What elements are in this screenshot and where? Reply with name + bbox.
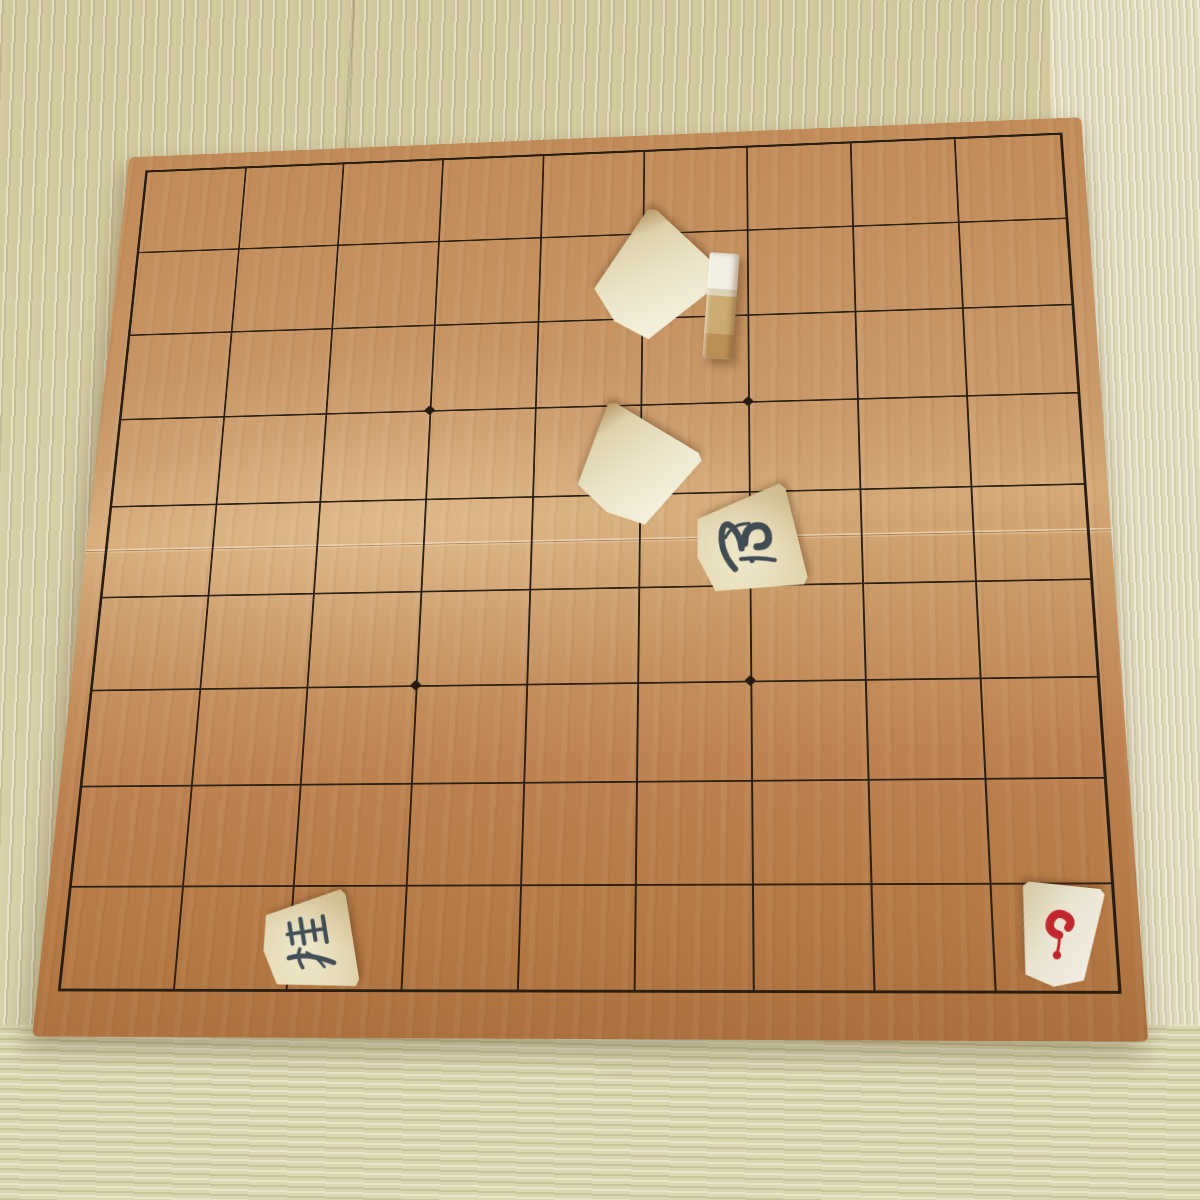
grid-cell xyxy=(411,684,526,783)
grid-cell xyxy=(966,392,1083,486)
grid-cell xyxy=(103,504,216,597)
grid-cell xyxy=(854,307,966,398)
grid-cell xyxy=(751,779,870,883)
grid-cell xyxy=(537,233,642,320)
shogi-board xyxy=(32,117,1148,1041)
grid-cell xyxy=(954,135,1065,222)
grid-cell xyxy=(638,584,751,682)
grid-cell xyxy=(326,324,434,413)
grid-cell xyxy=(746,144,852,230)
grid-cell xyxy=(958,218,1071,307)
grid-cell xyxy=(864,677,984,779)
grid-cell xyxy=(191,687,307,785)
grid-cell xyxy=(182,784,300,885)
grid-cell xyxy=(520,781,637,884)
grid-cell xyxy=(990,882,1119,991)
grid-cell xyxy=(523,682,638,782)
grid-cell xyxy=(752,883,873,990)
grid-cell xyxy=(857,395,971,489)
grid-cell xyxy=(307,591,421,687)
grid-cell xyxy=(401,884,520,990)
grid-cell xyxy=(639,491,750,586)
scene: 飛桂と xyxy=(0,0,1200,1200)
grid-cell xyxy=(529,494,640,589)
grid-cell xyxy=(643,148,747,234)
grid-cell xyxy=(215,413,325,504)
grid-cell xyxy=(199,593,313,689)
grid-cell xyxy=(532,404,641,496)
grid-cell xyxy=(640,401,749,494)
grid-cell xyxy=(641,314,748,404)
grid-cell xyxy=(971,483,1090,580)
grid-cell xyxy=(636,681,751,782)
grid-cell xyxy=(750,582,865,680)
grid-cell xyxy=(747,311,856,402)
grid-cell xyxy=(93,595,208,690)
grid-cell xyxy=(223,328,332,416)
grid-cell xyxy=(130,248,237,334)
grid-cell xyxy=(747,226,854,314)
grid-cell xyxy=(535,318,642,408)
grid-cell xyxy=(425,407,534,499)
grid-cell xyxy=(434,237,540,324)
grid-cell xyxy=(112,416,223,506)
grid-cell xyxy=(749,489,862,585)
grid-cell xyxy=(406,782,523,884)
grid-cell xyxy=(231,245,338,331)
grid-cell xyxy=(975,578,1097,677)
grid-cell xyxy=(540,152,644,237)
board-grid xyxy=(58,133,1122,994)
grid-cell xyxy=(313,499,425,593)
grid-cell xyxy=(82,688,199,786)
grid-cell xyxy=(962,303,1077,395)
grid-cell xyxy=(859,486,975,582)
grid-cell xyxy=(416,589,529,686)
grid-cell xyxy=(526,586,639,683)
grid-cell xyxy=(850,139,959,226)
grid-cell xyxy=(72,785,191,886)
grid-cell xyxy=(862,580,980,679)
grid-cell xyxy=(985,777,1111,882)
grid-cell xyxy=(750,679,867,780)
grid-cell xyxy=(337,160,442,244)
grid-cell xyxy=(139,168,245,252)
grid-cell xyxy=(635,780,752,883)
grid-cell xyxy=(642,230,748,318)
grid-cell xyxy=(748,398,859,491)
tatami-mat-bottom xyxy=(0,1025,1200,1200)
grid-cell xyxy=(421,496,532,590)
grid-cell xyxy=(207,501,319,594)
grid-cell xyxy=(980,676,1104,778)
grid-cell xyxy=(293,783,411,885)
grid-cell xyxy=(430,321,538,410)
grid-cell xyxy=(300,685,416,784)
grid-cell xyxy=(867,778,990,883)
board-wood xyxy=(32,117,1148,1041)
grid-cell xyxy=(634,883,753,990)
grid-cell xyxy=(238,164,343,248)
grid-cell xyxy=(332,241,438,328)
grid-cell xyxy=(121,331,230,419)
grid-cell xyxy=(61,885,182,989)
grid-cell xyxy=(173,885,293,989)
grid-cell xyxy=(852,222,962,311)
grid-cell xyxy=(870,882,995,990)
grid-cell xyxy=(286,884,406,989)
grid-cell xyxy=(517,884,636,990)
grid-cell xyxy=(438,156,542,241)
grid-cell xyxy=(320,410,430,501)
